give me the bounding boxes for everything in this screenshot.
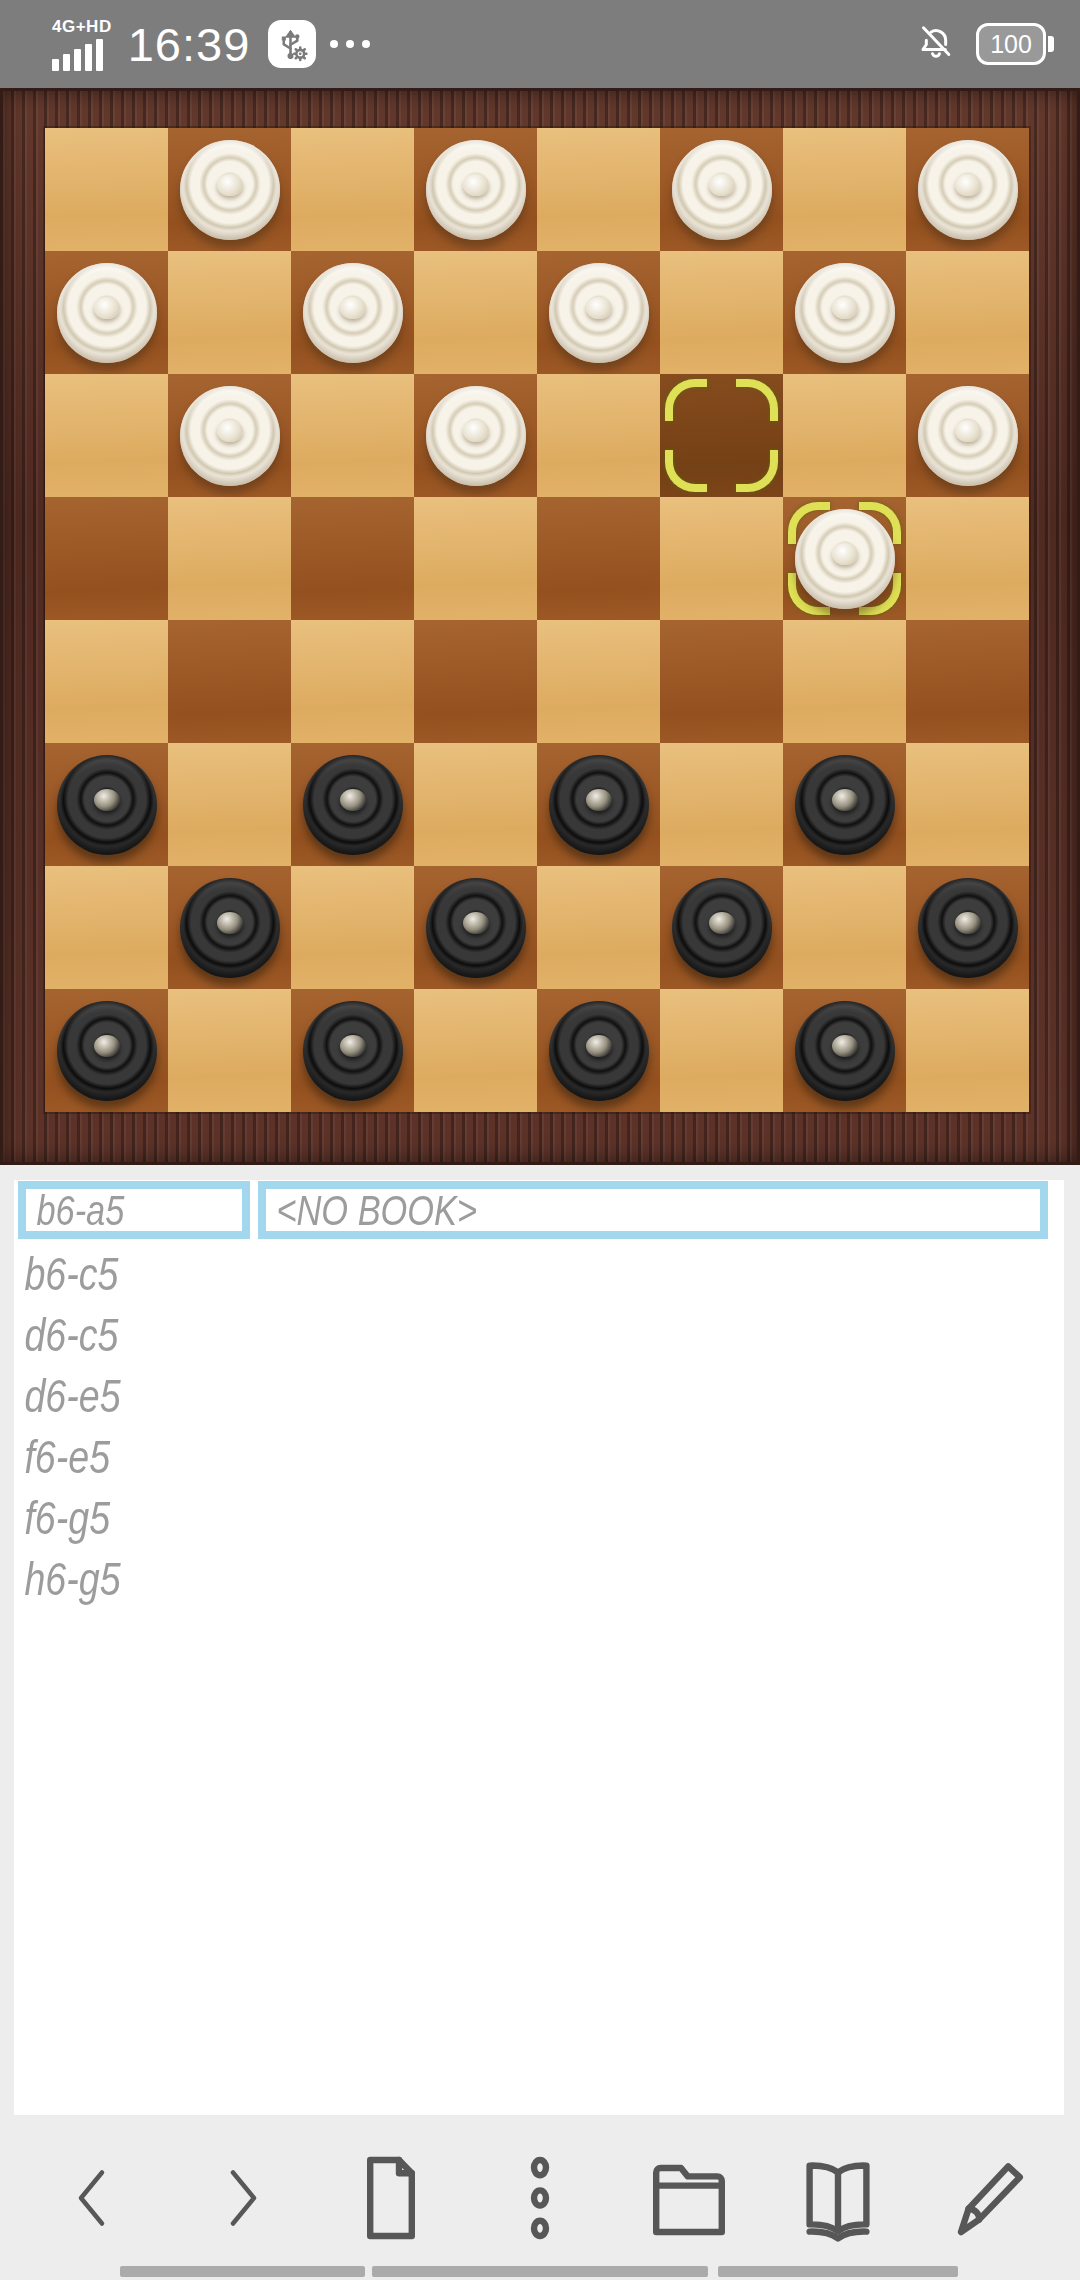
nav-bar-segment[interactable]: [718, 2266, 958, 2277]
square-g5[interactable]: [168, 620, 291, 743]
black-man-e7[interactable]: ⛂: [426, 878, 526, 978]
white-man-g3[interactable]: ⛀: [180, 386, 280, 486]
battery-icon: 100: [976, 23, 1054, 65]
square-g8[interactable]: [168, 989, 291, 1112]
square-e5[interactable]: [414, 620, 537, 743]
last-move-highlight-corner: [736, 450, 778, 492]
square-d5[interactable]: [537, 620, 660, 743]
nav-bar-segment[interactable]: [120, 2266, 365, 2277]
ellipsis-icon: [330, 40, 370, 48]
square-f2[interactable]: ⛀: [291, 251, 414, 374]
square-g2[interactable]: [168, 251, 291, 374]
square-h5[interactable]: [45, 620, 168, 743]
square-c7[interactable]: ⛂: [660, 866, 783, 989]
move-label: f6-e5: [14, 1429, 110, 1484]
last-move-highlight-corner: [665, 450, 707, 492]
square-c4[interactable]: [660, 497, 783, 620]
move-label: d6-e5: [14, 1368, 121, 1423]
black-man-c7[interactable]: ⛂: [672, 878, 772, 978]
candidate-move-list: b6-c5d6-c5d6-e5f6-e5f6-g5h6-g5: [14, 1243, 1064, 1609]
square-g1[interactable]: ⛀: [168, 128, 291, 251]
square-a4[interactable]: [906, 497, 1029, 620]
square-f7[interactable]: [291, 866, 414, 989]
square-a2[interactable]: [906, 251, 1029, 374]
square-c1[interactable]: ⛀: [660, 128, 783, 251]
square-d4[interactable]: [537, 497, 660, 620]
board-frame: ⛀⛀⛀⛀⛀⛀⛀⛀⛀⛀⛀⛀⛂⛂⛂⛂⛂⛂⛂⛂⛂⛂⛂⛂: [0, 88, 1080, 1165]
white-man-a3[interactable]: ⛀: [918, 386, 1018, 486]
square-h2[interactable]: ⛀: [45, 251, 168, 374]
square-h4[interactable]: [45, 497, 168, 620]
opening-book-button[interactable]: [778, 2138, 898, 2258]
move-list-item[interactable]: d6-c5: [14, 1304, 1064, 1365]
square-f8[interactable]: ⛂: [291, 989, 414, 1112]
square-b8[interactable]: ⛂: [783, 989, 906, 1112]
black-man-b8[interactable]: ⛂: [795, 1001, 895, 1101]
square-d8[interactable]: ⛂: [537, 989, 660, 1112]
square-f1[interactable]: [291, 128, 414, 251]
square-g7[interactable]: ⛂: [168, 866, 291, 989]
move-list-item[interactable]: b6-c5: [14, 1243, 1064, 1304]
square-f4[interactable]: [291, 497, 414, 620]
move-label: d6-c5: [14, 1307, 118, 1362]
new-document-button[interactable]: [331, 2138, 451, 2258]
square-a5[interactable]: [906, 620, 1029, 743]
square-d3[interactable]: [537, 374, 660, 497]
clock-label: 16:39: [128, 17, 251, 72]
square-e3[interactable]: ⛀: [414, 374, 537, 497]
square-b3[interactable]: [783, 374, 906, 497]
last-move-highlight-corner: [736, 379, 778, 421]
square-a7[interactable]: ⛂: [906, 866, 1029, 989]
white-man-b4[interactable]: ⛀: [795, 509, 895, 609]
square-g6[interactable]: [168, 743, 291, 866]
square-g4[interactable]: [168, 497, 291, 620]
checkers-board: ⛀⛀⛀⛀⛀⛀⛀⛀⛀⛀⛀⛀⛂⛂⛂⛂⛂⛂⛂⛂⛂⛂⛂⛂: [45, 128, 1029, 1112]
white-man-b2[interactable]: ⛀: [795, 263, 895, 363]
square-e4[interactable]: [414, 497, 537, 620]
square-d1[interactable]: [537, 128, 660, 251]
move-list-item[interactable]: h6-g5: [14, 1548, 1064, 1609]
square-h3[interactable]: [45, 374, 168, 497]
move-label: f6-g5: [14, 1490, 110, 1545]
square-c6[interactable]: [660, 743, 783, 866]
square-b1[interactable]: [783, 128, 906, 251]
bottom-toolbar: [0, 2115, 1080, 2280]
square-e7[interactable]: ⛂: [414, 866, 537, 989]
move-list-item[interactable]: f6-g5: [14, 1487, 1064, 1548]
square-b5[interactable]: [783, 620, 906, 743]
square-h8[interactable]: ⛂: [45, 989, 168, 1112]
book-status-box[interactable]: <NO BOOK>: [258, 1181, 1048, 1239]
more-options-button[interactable]: [480, 2138, 600, 2258]
black-man-f6[interactable]: ⛂: [303, 755, 403, 855]
black-man-f8[interactable]: ⛂: [303, 1001, 403, 1101]
square-f3[interactable]: [291, 374, 414, 497]
white-man-h2[interactable]: ⛀: [57, 263, 157, 363]
square-c2[interactable]: [660, 251, 783, 374]
square-e8[interactable]: [414, 989, 537, 1112]
black-man-d8[interactable]: ⛂: [549, 1001, 649, 1101]
forward-button[interactable]: [182, 2138, 302, 2258]
book-status-label: <NO BOOK>: [266, 1186, 477, 1235]
white-man-d2[interactable]: ⛀: [549, 263, 649, 363]
square-b4[interactable]: ⛀: [783, 497, 906, 620]
square-e2[interactable]: [414, 251, 537, 374]
selected-move-label: b6-a5: [26, 1186, 124, 1235]
square-b6[interactable]: ⛂: [783, 743, 906, 866]
square-c3[interactable]: [660, 374, 783, 497]
open-folder-button[interactable]: [629, 2138, 749, 2258]
white-man-g1[interactable]: ⛀: [180, 140, 280, 240]
square-c5[interactable]: [660, 620, 783, 743]
nav-bar-segment[interactable]: [372, 2266, 708, 2277]
square-c8[interactable]: [660, 989, 783, 1112]
black-man-h6[interactable]: ⛂: [57, 755, 157, 855]
bell-muted-icon: [916, 21, 956, 67]
back-button[interactable]: [33, 2138, 153, 2258]
white-man-e3[interactable]: ⛀: [426, 386, 526, 486]
signal-bars-icon: 4G+HD: [52, 18, 112, 71]
square-a6[interactable]: [906, 743, 1029, 866]
square-a3[interactable]: ⛀: [906, 374, 1029, 497]
network-type-label: 4G+HD: [52, 18, 112, 35]
square-a8[interactable]: [906, 989, 1029, 1112]
selected-move-box[interactable]: b6-a5: [18, 1181, 250, 1239]
move-list-item[interactable]: f6-e5: [14, 1426, 1064, 1487]
white-man-a1[interactable]: ⛀: [918, 140, 1018, 240]
square-b7[interactable]: [783, 866, 906, 989]
square-h6[interactable]: ⛂: [45, 743, 168, 866]
selected-move-row: b6-a5 <NO BOOK>: [14, 1180, 1064, 1239]
square-b2[interactable]: ⛀: [783, 251, 906, 374]
square-e6[interactable]: [414, 743, 537, 866]
analysis-panel: b6-a5 <NO BOOK> b6-c5d6-c5d6-e5f6-e5f6-g…: [14, 1180, 1064, 2115]
square-g3[interactable]: ⛀: [168, 374, 291, 497]
white-man-f2[interactable]: ⛀: [303, 263, 403, 363]
square-h7[interactable]: [45, 866, 168, 989]
usb-icon: [268, 20, 316, 68]
square-e1[interactable]: ⛀: [414, 128, 537, 251]
move-label: h6-g5: [14, 1551, 121, 1606]
square-h1[interactable]: [45, 128, 168, 251]
square-a1[interactable]: ⛀: [906, 128, 1029, 251]
square-d7[interactable]: [537, 866, 660, 989]
black-man-a7[interactable]: ⛂: [918, 878, 1018, 978]
edit-pencil-button[interactable]: [927, 2138, 1047, 2258]
white-man-e1[interactable]: ⛀: [426, 140, 526, 240]
white-man-c1[interactable]: ⛀: [672, 140, 772, 240]
status-bar: 4G+HD 16:39 100: [0, 0, 1080, 88]
black-man-g7[interactable]: ⛂: [180, 878, 280, 978]
move-list-item[interactable]: d6-e5: [14, 1365, 1064, 1426]
black-man-b6[interactable]: ⛂: [795, 755, 895, 855]
square-f5[interactable]: [291, 620, 414, 743]
battery-level-label: 100: [990, 30, 1032, 59]
square-d6[interactable]: ⛂: [537, 743, 660, 866]
black-man-d6[interactable]: ⛂: [549, 755, 649, 855]
last-move-highlight-corner: [665, 379, 707, 421]
square-f6[interactable]: ⛂: [291, 743, 414, 866]
black-man-h8[interactable]: ⛂: [57, 1001, 157, 1101]
square-d2[interactable]: ⛀: [537, 251, 660, 374]
move-label: b6-c5: [14, 1246, 118, 1301]
